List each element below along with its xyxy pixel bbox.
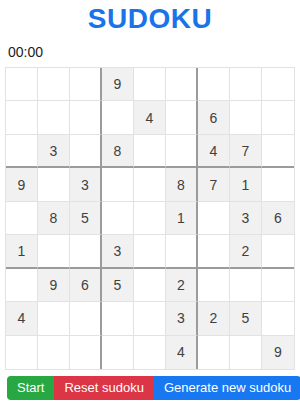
cell-r4c8[interactable]: 1 xyxy=(230,168,262,201)
cell-r2c1[interactable] xyxy=(6,101,38,134)
cell-r4c5[interactable] xyxy=(134,168,166,201)
cell-r1c6[interactable] xyxy=(166,68,198,101)
cell-r1c4[interactable]: 9 xyxy=(102,68,134,101)
cell-r7c7[interactable] xyxy=(198,269,230,302)
cell-r3c6[interactable] xyxy=(166,135,198,168)
cell-r3c2[interactable]: 3 xyxy=(38,135,70,168)
cell-r6c3[interactable] xyxy=(70,235,102,268)
page-title: SUDOKU xyxy=(0,0,300,35)
cell-r2c6[interactable] xyxy=(166,101,198,134)
cell-r2c4[interactable] xyxy=(102,101,134,134)
cell-r2c2[interactable] xyxy=(38,101,70,134)
cell-r7c4[interactable]: 5 xyxy=(102,269,134,302)
sudoku-app: SUDOKU 00:00 946384793871851361329652432… xyxy=(0,0,300,400)
cell-r7c9[interactable] xyxy=(262,269,294,302)
cell-r1c2[interactable] xyxy=(38,68,70,101)
cell-r3c1[interactable] xyxy=(6,135,38,168)
cell-r7c3[interactable]: 6 xyxy=(70,269,102,302)
generate-new-button[interactable]: Generate new sudoku xyxy=(154,376,300,400)
cell-r9c7[interactable] xyxy=(198,336,230,369)
button-row: Start Reset sudoku Generate new sudoku xyxy=(7,376,300,400)
cell-r1c3[interactable] xyxy=(70,68,102,101)
cell-r9c4[interactable] xyxy=(102,336,134,369)
cell-r8c2[interactable] xyxy=(38,302,70,335)
cell-r5c1[interactable] xyxy=(6,202,38,235)
cell-r6c2[interactable] xyxy=(38,235,70,268)
cell-r9c3[interactable] xyxy=(70,336,102,369)
cell-r8c9[interactable] xyxy=(262,302,294,335)
cell-r4c9[interactable] xyxy=(262,168,294,201)
cell-r6c5[interactable] xyxy=(134,235,166,268)
cell-r4c7[interactable]: 7 xyxy=(198,168,230,201)
cell-r7c5[interactable] xyxy=(134,269,166,302)
cell-r2c8[interactable] xyxy=(230,101,262,134)
cell-r6c7[interactable] xyxy=(198,235,230,268)
cell-r3c5[interactable] xyxy=(134,135,166,168)
cell-r3c9[interactable] xyxy=(262,135,294,168)
cell-r5c4[interactable] xyxy=(102,202,134,235)
cell-r7c8[interactable] xyxy=(230,269,262,302)
cell-r5c7[interactable] xyxy=(198,202,230,235)
cell-r8c8[interactable]: 5 xyxy=(230,302,262,335)
cell-r5c3[interactable]: 5 xyxy=(70,202,102,235)
cell-r9c5[interactable] xyxy=(134,336,166,369)
cell-r3c7[interactable]: 4 xyxy=(198,135,230,168)
cell-r8c3[interactable] xyxy=(70,302,102,335)
cell-r5c2[interactable]: 8 xyxy=(38,202,70,235)
cell-r9c6[interactable]: 4 xyxy=(166,336,198,369)
cell-r8c5[interactable] xyxy=(134,302,166,335)
cell-r7c1[interactable] xyxy=(6,269,38,302)
cell-r1c5[interactable] xyxy=(134,68,166,101)
start-button[interactable]: Start xyxy=(7,376,54,400)
cell-r4c6[interactable]: 8 xyxy=(166,168,198,201)
cell-r5c6[interactable]: 1 xyxy=(166,202,198,235)
cell-r7c6[interactable]: 2 xyxy=(166,269,198,302)
cell-r7c2[interactable]: 9 xyxy=(38,269,70,302)
cell-r6c4[interactable]: 3 xyxy=(102,235,134,268)
cell-r4c2[interactable] xyxy=(38,168,70,201)
cell-r9c8[interactable] xyxy=(230,336,262,369)
cell-r4c3[interactable]: 3 xyxy=(70,168,102,201)
cell-r5c8[interactable]: 3 xyxy=(230,202,262,235)
cell-r8c4[interactable] xyxy=(102,302,134,335)
cell-r3c3[interactable] xyxy=(70,135,102,168)
cell-r9c2[interactable] xyxy=(38,336,70,369)
cell-r5c9[interactable]: 6 xyxy=(262,202,294,235)
cell-r6c9[interactable] xyxy=(262,235,294,268)
cell-r8c1[interactable]: 4 xyxy=(6,302,38,335)
cell-r1c1[interactable] xyxy=(6,68,38,101)
cell-r9c9[interactable]: 9 xyxy=(262,336,294,369)
cell-r6c1[interactable]: 1 xyxy=(6,235,38,268)
cell-r2c7[interactable]: 6 xyxy=(198,101,230,134)
cell-r4c1[interactable]: 9 xyxy=(6,168,38,201)
reset-button[interactable]: Reset sudoku xyxy=(54,376,154,400)
cell-r3c8[interactable]: 7 xyxy=(230,135,262,168)
cell-r1c7[interactable] xyxy=(198,68,230,101)
cell-r3c4[interactable]: 8 xyxy=(102,135,134,168)
cell-r2c9[interactable] xyxy=(262,101,294,134)
sudoku-board: 946384793871851361329652432549 xyxy=(5,67,295,370)
timer-display: 00:00 xyxy=(8,44,300,60)
cell-r5c5[interactable] xyxy=(134,202,166,235)
cell-r8c7[interactable]: 2 xyxy=(198,302,230,335)
cell-r4c4[interactable] xyxy=(102,168,134,201)
cell-r6c6[interactable] xyxy=(166,235,198,268)
cell-r9c1[interactable] xyxy=(6,336,38,369)
cell-r2c3[interactable] xyxy=(70,101,102,134)
cell-r6c8[interactable]: 2 xyxy=(230,235,262,268)
cell-r8c6[interactable]: 3 xyxy=(166,302,198,335)
cell-r1c9[interactable] xyxy=(262,68,294,101)
cell-r1c8[interactable] xyxy=(230,68,262,101)
cell-r2c5[interactable]: 4 xyxy=(134,101,166,134)
